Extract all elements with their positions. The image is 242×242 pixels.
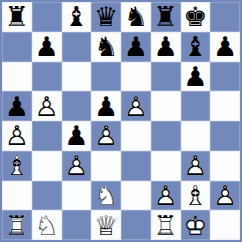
piece-black-knight: ♞ [121, 2, 151, 32]
piece-glyph: ♟ [62, 121, 92, 151]
piece-black-pawn: ♟ [91, 91, 121, 121]
piece-glyph: ♟ [151, 32, 181, 62]
square-a7[interactable] [2, 32, 32, 62]
square-d7[interactable]: ♞ [91, 32, 121, 62]
square-a4[interactable]: ♟♙ [2, 121, 32, 151]
square-g5[interactable] [181, 91, 211, 121]
square-d2[interactable]: ♞♘ [91, 181, 121, 211]
piece-glyph: ♞ [91, 32, 121, 62]
square-g4[interactable] [181, 121, 211, 151]
square-f7[interactable]: ♟ [151, 32, 181, 62]
piece-black-pawn: ♟ [181, 62, 211, 92]
piece-white-pawn: ♟♙ [2, 121, 32, 151]
piece-white-knight: ♞♘ [91, 181, 121, 211]
square-g7[interactable]: ♝ [181, 32, 211, 62]
piece-black-rook: ♜ [151, 2, 181, 32]
piece-glyph: ♟ [32, 32, 62, 62]
square-g1[interactable]: ♚♔ [181, 210, 211, 240]
piece-glyph: ♜ [151, 2, 181, 32]
piece-white-knight: ♞♘ [32, 210, 62, 240]
square-h3[interactable] [210, 151, 240, 181]
piece-white-pawn: ♟♙ [181, 151, 211, 181]
piece-black-pawn: ♟ [62, 121, 92, 151]
square-c5[interactable] [62, 91, 92, 121]
square-a8[interactable]: ♜ [2, 2, 32, 32]
square-h8[interactable] [210, 2, 240, 32]
piece-black-bishop: ♝ [62, 2, 92, 32]
piece-black-pawn: ♟ [151, 32, 181, 62]
piece-black-pawn: ♟ [121, 32, 151, 62]
piece-white-queen: ♛♕ [91, 210, 121, 240]
square-h2[interactable]: ♟♙ [210, 181, 240, 211]
square-e4[interactable] [121, 121, 151, 151]
piece-glyph: ♙ [91, 121, 121, 151]
square-b1[interactable]: ♞♘ [32, 210, 62, 240]
square-a2[interactable] [2, 181, 32, 211]
square-c2[interactable] [62, 181, 92, 211]
piece-glyph: ♕ [91, 210, 121, 240]
piece-glyph: ♛ [91, 2, 121, 32]
chess-board[interactable]: ♜♝♛♞♜♚♟♞♟♟♝♟♟♟♟♙♟♟♙♟♙♟♟♙♝♗♟♙♟♙♞♘♟♙♝♗♟♙♜♖… [0, 0, 242, 242]
square-d4[interactable]: ♟♙ [91, 121, 121, 151]
square-a3[interactable]: ♝♗ [2, 151, 32, 181]
square-f1[interactable]: ♜♖ [151, 210, 181, 240]
square-d6[interactable] [91, 62, 121, 92]
piece-glyph: ♙ [181, 151, 211, 181]
square-b8[interactable] [32, 2, 62, 32]
square-e3[interactable] [121, 151, 151, 181]
piece-glyph: ♙ [62, 151, 92, 181]
square-c1[interactable] [62, 210, 92, 240]
square-g8[interactable]: ♚ [181, 2, 211, 32]
square-f2[interactable]: ♟♙ [151, 181, 181, 211]
square-a1[interactable]: ♜♖ [2, 210, 32, 240]
square-h6[interactable] [210, 62, 240, 92]
piece-black-pawn: ♟ [32, 32, 62, 62]
square-h1[interactable] [210, 210, 240, 240]
square-a5[interactable]: ♟ [2, 91, 32, 121]
piece-glyph: ♞ [121, 2, 151, 32]
piece-black-knight: ♞ [91, 32, 121, 62]
piece-black-rook: ♜ [2, 2, 32, 32]
piece-glyph: ♝ [62, 2, 92, 32]
piece-black-pawn: ♟ [210, 32, 240, 62]
piece-glyph: ♚ [181, 2, 211, 32]
piece-white-pawn: ♟♙ [210, 181, 240, 211]
piece-glyph: ♝ [181, 32, 211, 62]
square-e5[interactable]: ♟♙ [121, 91, 151, 121]
square-b7[interactable]: ♟ [32, 32, 62, 62]
piece-glyph: ♟ [181, 62, 211, 92]
square-h7[interactable]: ♟ [210, 32, 240, 62]
piece-glyph: ♜ [2, 2, 32, 32]
piece-white-pawn: ♟♙ [151, 181, 181, 211]
piece-glyph: ♗ [2, 151, 32, 181]
piece-white-bishop: ♝♗ [2, 151, 32, 181]
square-f5[interactable] [151, 91, 181, 121]
square-b5[interactable]: ♟♙ [32, 91, 62, 121]
square-d5[interactable]: ♟ [91, 91, 121, 121]
piece-glyph: ♟ [2, 91, 32, 121]
piece-white-king: ♚♔ [181, 210, 211, 240]
square-d8[interactable]: ♛ [91, 2, 121, 32]
square-e7[interactable]: ♟ [121, 32, 151, 62]
piece-white-pawn: ♟♙ [62, 151, 92, 181]
square-e1[interactable] [121, 210, 151, 240]
piece-white-pawn: ♟♙ [91, 121, 121, 151]
piece-glyph: ♙ [210, 181, 240, 211]
piece-glyph: ♟ [91, 91, 121, 121]
piece-glyph: ♙ [2, 121, 32, 151]
square-e2[interactable] [121, 181, 151, 211]
piece-glyph: ♔ [181, 210, 211, 240]
piece-glyph: ♖ [2, 210, 32, 240]
square-b4[interactable] [32, 121, 62, 151]
piece-glyph: ♘ [32, 210, 62, 240]
square-f4[interactable] [151, 121, 181, 151]
piece-black-queen: ♛ [91, 2, 121, 32]
square-d3[interactable] [91, 151, 121, 181]
square-c3[interactable]: ♟♙ [62, 151, 92, 181]
square-f3[interactable] [151, 151, 181, 181]
square-b6[interactable] [32, 62, 62, 92]
piece-white-pawn: ♟♙ [32, 91, 62, 121]
square-e8[interactable]: ♞ [121, 2, 151, 32]
square-c6[interactable] [62, 62, 92, 92]
piece-white-pawn: ♟♙ [121, 91, 151, 121]
piece-glyph: ♙ [121, 91, 151, 121]
square-h4[interactable] [210, 121, 240, 151]
square-b2[interactable] [32, 181, 62, 211]
square-f6[interactable] [151, 62, 181, 92]
piece-black-bishop: ♝ [181, 32, 211, 62]
square-a6[interactable] [2, 62, 32, 92]
piece-white-bishop: ♝♗ [181, 181, 211, 211]
piece-glyph: ♗ [181, 181, 211, 211]
piece-glyph: ♖ [151, 210, 181, 240]
piece-white-rook: ♜♖ [2, 210, 32, 240]
square-b3[interactable] [32, 151, 62, 181]
piece-black-king: ♚ [181, 2, 211, 32]
piece-glyph: ♟ [210, 32, 240, 62]
square-g3[interactable]: ♟♙ [181, 151, 211, 181]
piece-glyph: ♙ [151, 181, 181, 211]
square-e6[interactable] [121, 62, 151, 92]
piece-black-pawn: ♟ [2, 91, 32, 121]
square-h5[interactable] [210, 91, 240, 121]
piece-white-rook: ♜♖ [151, 210, 181, 240]
square-d1[interactable]: ♛♕ [91, 210, 121, 240]
square-g6[interactable]: ♟ [181, 62, 211, 92]
square-f8[interactable]: ♜ [151, 2, 181, 32]
piece-glyph: ♙ [32, 91, 62, 121]
square-c8[interactable]: ♝ [62, 2, 92, 32]
square-c4[interactable]: ♟ [62, 121, 92, 151]
piece-glyph: ♘ [91, 181, 121, 211]
piece-glyph: ♟ [121, 32, 151, 62]
square-g2[interactable]: ♝♗ [181, 181, 211, 211]
square-c7[interactable] [62, 32, 92, 62]
